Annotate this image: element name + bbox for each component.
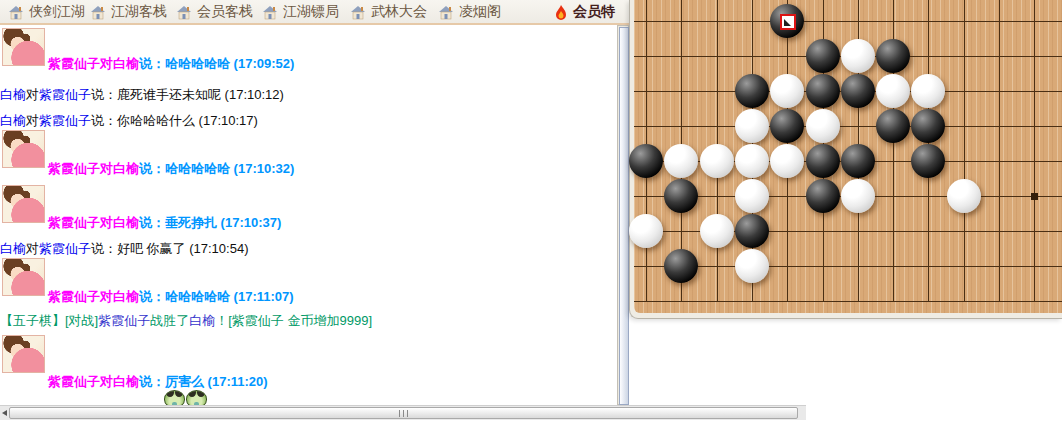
chat-message: 白榆对紫霞仙子说：鹿死谁手还未知呢 (17:10:12) — [0, 86, 284, 104]
chat-segment: 紫霞仙子对白榆 — [48, 374, 139, 389]
chat-vertical-scrollbar[interactable] — [617, 25, 629, 405]
chat-segment: 对 — [26, 87, 39, 102]
white-stone — [700, 144, 734, 178]
avatar — [2, 258, 45, 296]
menu-item-vip[interactable]: 会员特 — [554, 1, 615, 22]
chat-segment: 说：哈哈哈哈哈 (17:11:07) — [139, 289, 294, 304]
white-stone — [911, 74, 945, 108]
house-icon — [176, 5, 192, 20]
black-stone — [770, 4, 804, 38]
black-stone — [735, 214, 769, 248]
avatar — [2, 335, 45, 373]
menu-item-label: 侠剑江湖 — [29, 3, 85, 21]
chat-segment: 紫霞仙子对白榆 — [48, 161, 139, 176]
vertical-scrollbar-thumb[interactable] — [619, 27, 629, 405]
chat-segment: 对 — [26, 113, 39, 128]
gomoku-board-window — [629, 0, 1062, 319]
black-stone — [876, 109, 910, 143]
last-move-marker-icon — [780, 14, 796, 30]
white-stone — [700, 214, 734, 248]
white-stone — [664, 144, 698, 178]
chat-segment: 白榆 — [0, 87, 26, 102]
chat-horizontal-scrollbar[interactable] — [0, 405, 806, 420]
white-stone — [629, 214, 663, 248]
chat-message: 紫霞仙子对白榆说：垂死挣扎 (17:10:37) — [48, 214, 281, 232]
chat-segment: 说：垂死挣扎 (17:10:37) — [139, 215, 281, 230]
chat-segment: 说：哈哈哈哈哈 (17:09:52) — [139, 56, 294, 71]
chat-message: 紫霞仙子对白榆说：哈哈哈哈哈 (17:11:07) — [48, 288, 294, 306]
white-stone — [770, 144, 804, 178]
menu-item-label: 会员客栈 — [197, 3, 253, 21]
white-stone — [841, 39, 875, 73]
black-stone — [876, 39, 910, 73]
menu-item-xiajian-jianghu[interactable]: 侠剑江湖 — [8, 2, 85, 22]
black-stone — [664, 179, 698, 213]
chat-message: 紫霞仙子对白榆说：厉害么 (17:11:20) — [48, 373, 268, 391]
black-stone — [770, 109, 804, 143]
black-stone — [735, 74, 769, 108]
chat-segment: 紫霞仙子对白榆 — [48, 56, 139, 71]
menu-vip-label: 会员特 — [573, 3, 615, 21]
menu-item-jianghu-biaoju[interactable]: 江湖镖局 — [262, 2, 339, 22]
avatar — [2, 28, 45, 66]
black-stone — [911, 109, 945, 143]
chat-segment: 说：鹿死谁手还未知呢 (17:10:12) — [91, 87, 284, 102]
menu-item-label: 江湖镖局 — [283, 3, 339, 21]
chat-segment: 紫霞仙子对白榆 — [48, 289, 139, 304]
chat-segment: 对 — [26, 241, 39, 256]
flame-icon — [554, 4, 570, 19]
chat-segment: 白榆 — [0, 241, 26, 256]
chat-message: 紫霞仙子对白榆说：哈哈哈哈哈 (17:10:32) — [48, 160, 294, 178]
chat-segment: 白榆 — [189, 313, 215, 328]
chat-segment: 说：好吧 你赢了 (17:10:54) — [91, 241, 249, 256]
menu-item-huiyuan-kezhan[interactable]: 会员客栈 — [176, 2, 253, 22]
chat-segment: 紫霞仙子 — [39, 241, 91, 256]
menu-item-lingyange[interactable]: 凌烟阁 — [438, 2, 501, 22]
chat-segment: 说：哈哈哈哈哈 (17:10:32) — [139, 161, 294, 176]
white-stone — [806, 109, 840, 143]
black-stone — [806, 39, 840, 73]
black-stone — [806, 144, 840, 178]
black-stone — [806, 74, 840, 108]
black-stone — [664, 249, 698, 283]
menu-item-label: 凌烟阁 — [459, 3, 501, 21]
chat-segment: 说：厉害么 (17:11:20) — [139, 374, 268, 389]
white-stone — [735, 109, 769, 143]
black-stone — [806, 179, 840, 213]
stones-layer — [634, 0, 1062, 313]
white-stone — [947, 179, 981, 213]
scroll-left-arrow-icon[interactable] — [0, 406, 9, 420]
menu-item-label: 武林大会 — [371, 3, 427, 21]
white-stone — [735, 179, 769, 213]
chat-message: 白榆对紫霞仙子说：好吧 你赢了 (17:10:54) — [0, 240, 249, 258]
house-icon — [90, 5, 106, 20]
scrollbar-grip-icon — [399, 410, 409, 417]
chat-message: 紫霞仙子对白榆说：哈哈哈哈哈 (17:09:52) — [48, 55, 294, 73]
chat-segment: 紫霞仙子 — [39, 87, 91, 102]
white-stone — [735, 144, 769, 178]
white-stone — [841, 179, 875, 213]
horizontal-scrollbar-thumb[interactable] — [9, 407, 798, 419]
menu-item-jianghu-kezhan[interactable]: 江湖客栈 — [90, 2, 167, 22]
chat-segment: 紫霞仙子 — [39, 113, 91, 128]
black-stone — [841, 144, 875, 178]
avatar — [2, 185, 45, 223]
house-icon — [438, 5, 454, 20]
chat-segment: 战胜了 — [150, 313, 189, 328]
white-stone — [770, 74, 804, 108]
avatar — [2, 130, 45, 168]
black-stone — [911, 144, 945, 178]
house-icon — [262, 5, 278, 20]
black-stone — [629, 144, 663, 178]
menu-item-wulin-dahui[interactable]: 武林大会 — [350, 2, 427, 22]
chat-message: 【五子棋】[对战]紫霞仙子战胜了白榆！[紫霞仙子 金币增加9999] — [0, 312, 372, 330]
house-icon — [8, 5, 24, 20]
house-icon — [350, 5, 366, 20]
chat-segment: 紫霞仙子 — [98, 313, 150, 328]
white-stone — [876, 74, 910, 108]
chat-segment: 【五子棋】[对战] — [0, 313, 98, 328]
white-stone — [735, 249, 769, 283]
chat-segment: 说：你哈哈哈什么 (17:10:17) — [91, 113, 258, 128]
menu-item-label: 江湖客栈 — [111, 3, 167, 21]
chat-segment: 白榆 — [0, 113, 26, 128]
black-stone — [841, 74, 875, 108]
chat-message: 白榆对紫霞仙子说：你哈哈哈什么 (17:10:17) — [0, 112, 258, 130]
chat-segment: ！[紫霞仙子 金币增加9999] — [215, 313, 372, 328]
chat-segment: 紫霞仙子对白榆 — [48, 215, 139, 230]
